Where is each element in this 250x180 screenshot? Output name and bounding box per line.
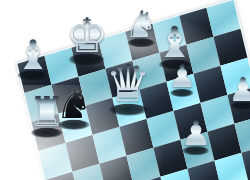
white-king-glyph: ♚ (66, 12, 109, 57)
pieces-layer: ♝♚♞♝♜♞♛♟♟♟ (0, 0, 250, 180)
black-knight[interactable]: ♞ (56, 84, 93, 123)
white-knight-glyph: ♞ (124, 6, 157, 41)
black-knight-glyph: ♞ (56, 84, 93, 123)
white-pawn[interactable]: ♟ (168, 62, 196, 92)
white-pawn[interactable]: ♟ (228, 73, 250, 104)
white-king[interactable]: ♚ (66, 12, 109, 57)
chess-scene: ♝♚♞♝♜♞♛♟♟♟ (0, 0, 250, 180)
white-queen[interactable]: ♛ (105, 59, 151, 107)
white-bishop[interactable]: ♝ (156, 22, 194, 63)
white-pawn-glyph: ♟ (181, 117, 212, 150)
white-bishop-glyph: ♝ (15, 35, 51, 73)
white-bishop[interactable]: ♝ (15, 35, 51, 73)
white-bishop-glyph: ♝ (156, 22, 194, 63)
white-knight[interactable]: ♞ (124, 6, 157, 41)
white-pawn-glyph: ♟ (228, 73, 250, 104)
white-pawn-glyph: ♟ (168, 62, 196, 92)
white-queen-glyph: ♛ (105, 59, 151, 107)
white-pawn[interactable]: ♟ (181, 117, 212, 150)
